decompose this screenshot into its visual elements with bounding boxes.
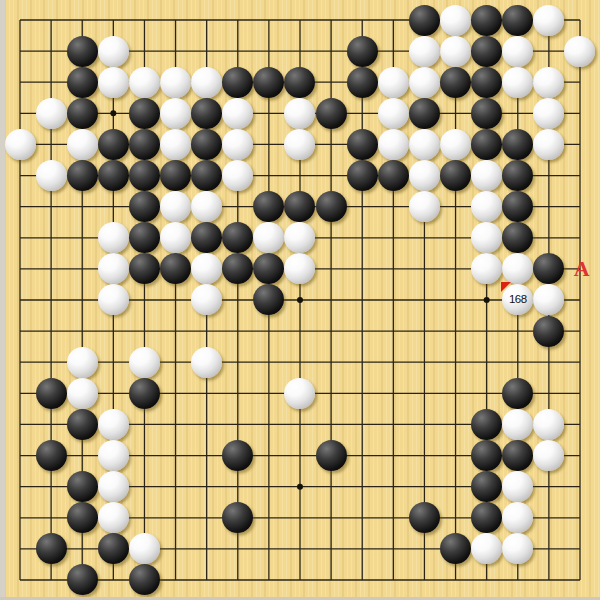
stone-white — [129, 67, 160, 98]
stone-black — [471, 67, 502, 98]
stone-black — [347, 129, 378, 160]
point-label-a: A — [574, 257, 590, 279]
stone-black — [409, 5, 440, 36]
stone-white — [502, 36, 533, 67]
go-game-screen: 168 A — [0, 0, 600, 600]
stone-black — [67, 502, 98, 533]
stone-white — [409, 160, 440, 191]
stone-black — [502, 378, 533, 409]
stone-black — [160, 160, 191, 191]
stone-white — [409, 36, 440, 67]
stone-black — [98, 533, 129, 564]
board-left-edge — [0, 0, 5, 600]
stone-black — [191, 98, 222, 129]
stone-white — [440, 129, 471, 160]
stone-black — [129, 129, 160, 160]
stone-white — [129, 347, 160, 378]
stone-white — [98, 502, 129, 533]
stone-black — [471, 409, 502, 440]
stone-black — [67, 564, 98, 595]
stone-white — [378, 67, 409, 98]
stone-white — [502, 409, 533, 440]
stone-black — [409, 98, 440, 129]
stone-white — [502, 67, 533, 98]
stone-black — [502, 129, 533, 160]
stone-black — [67, 98, 98, 129]
stone-black — [36, 378, 67, 409]
stone-white — [533, 5, 564, 36]
stone-white — [564, 36, 595, 67]
stone-black — [440, 160, 471, 191]
stone-black — [36, 533, 67, 564]
stone-black — [129, 222, 160, 253]
stone-white — [5, 129, 36, 160]
stone-black — [129, 98, 160, 129]
stone-white — [36, 98, 67, 129]
stone-black — [98, 129, 129, 160]
stone-white — [160, 191, 191, 222]
stone-white — [222, 129, 253, 160]
stone-white — [378, 98, 409, 129]
stone-white — [98, 36, 129, 67]
stone-black — [440, 67, 471, 98]
stone-white — [378, 129, 409, 160]
stone-white — [160, 98, 191, 129]
stone-black — [191, 129, 222, 160]
stone-white — [440, 36, 471, 67]
star-point — [297, 297, 303, 303]
stone-black — [471, 98, 502, 129]
stone-white — [471, 160, 502, 191]
stone-black — [471, 129, 502, 160]
stone-white — [222, 98, 253, 129]
stone-white — [191, 67, 222, 98]
stone-white — [409, 67, 440, 98]
stone-white — [409, 129, 440, 160]
stone-black — [284, 67, 315, 98]
stone-white — [67, 347, 98, 378]
stone-black — [98, 160, 129, 191]
stone-black — [129, 378, 160, 409]
stone-black — [129, 191, 160, 222]
stone-black — [502, 5, 533, 36]
stone-white — [36, 160, 67, 191]
stone-black — [67, 67, 98, 98]
stone-black — [471, 36, 502, 67]
stone-black — [67, 36, 98, 67]
stone-white — [67, 129, 98, 160]
stone-black — [347, 36, 378, 67]
last-move-triangle-icon — [501, 282, 511, 292]
move-number-label: 168 — [509, 294, 527, 306]
stone-black — [253, 67, 284, 98]
stone-white — [98, 253, 129, 284]
stone-black — [36, 440, 67, 471]
stone-black — [347, 160, 378, 191]
stone-white — [98, 471, 129, 502]
stone-white — [160, 129, 191, 160]
stone-black — [471, 5, 502, 36]
stone-white — [191, 347, 222, 378]
stone-white — [98, 409, 129, 440]
stone-black — [191, 160, 222, 191]
stone-black — [67, 409, 98, 440]
stone-black — [409, 502, 440, 533]
stone-black — [347, 67, 378, 98]
stone-white — [409, 191, 440, 222]
star-point — [110, 110, 116, 116]
stone-black — [471, 440, 502, 471]
star-point — [297, 484, 303, 490]
stone-black — [316, 440, 347, 471]
stone-white — [67, 378, 98, 409]
stone-white — [533, 98, 564, 129]
stone-black — [316, 191, 347, 222]
stone-white — [98, 440, 129, 471]
go-board[interactable]: 168 A — [0, 0, 600, 600]
stone-white — [98, 222, 129, 253]
star-point — [484, 297, 490, 303]
stone-black — [222, 67, 253, 98]
stone-white — [98, 67, 129, 98]
stone-black — [129, 160, 160, 191]
stone-white — [160, 67, 191, 98]
stone-white — [440, 5, 471, 36]
stone-black — [67, 471, 98, 502]
stone-black — [378, 160, 409, 191]
stone-black — [316, 98, 347, 129]
stone-black — [67, 160, 98, 191]
stone-white — [533, 67, 564, 98]
stone-black — [533, 316, 564, 347]
